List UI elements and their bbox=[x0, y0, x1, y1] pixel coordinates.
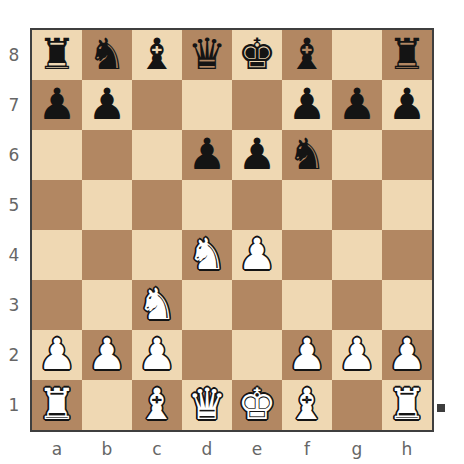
square-g7[interactable]: ♟ bbox=[332, 80, 382, 130]
square-c7[interactable] bbox=[132, 80, 182, 130]
piece-white-bishop: ♝ bbox=[132, 380, 182, 430]
square-d2[interactable] bbox=[182, 330, 232, 380]
file-label-f: f bbox=[282, 436, 332, 462]
square-e8[interactable]: ♚ bbox=[232, 30, 282, 80]
square-f5[interactable] bbox=[282, 180, 332, 230]
piece-black-pawn: ♟ bbox=[32, 80, 82, 130]
square-f6[interactable]: ♞ bbox=[282, 130, 332, 180]
file-label-g: g bbox=[332, 436, 382, 462]
piece-black-pawn: ♟ bbox=[282, 80, 332, 130]
square-d6[interactable]: ♟ bbox=[182, 130, 232, 180]
square-b7[interactable]: ♟ bbox=[82, 80, 132, 130]
square-h5[interactable] bbox=[382, 180, 432, 230]
square-g1[interactable] bbox=[332, 380, 382, 430]
piece-black-pawn: ♟ bbox=[232, 130, 282, 180]
rank-labels: 87654321 bbox=[0, 30, 28, 430]
square-h4[interactable] bbox=[382, 230, 432, 280]
piece-white-rook: ♜ bbox=[32, 380, 82, 430]
piece-white-pawn: ♟ bbox=[82, 330, 132, 380]
square-f1[interactable]: ♝ bbox=[282, 380, 332, 430]
square-e1[interactable]: ♚ bbox=[232, 380, 282, 430]
piece-black-pawn: ♟ bbox=[332, 80, 382, 130]
piece-black-knight: ♞ bbox=[282, 130, 332, 180]
file-label-h: h bbox=[382, 436, 432, 462]
square-c2[interactable]: ♟ bbox=[132, 330, 182, 380]
square-h8[interactable]: ♜ bbox=[382, 30, 432, 80]
square-e5[interactable] bbox=[232, 180, 282, 230]
square-a5[interactable] bbox=[32, 180, 82, 230]
square-f7[interactable]: ♟ bbox=[282, 80, 332, 130]
square-h6[interactable] bbox=[382, 130, 432, 180]
square-b3[interactable] bbox=[82, 280, 132, 330]
square-d3[interactable] bbox=[182, 280, 232, 330]
piece-black-bishop: ♝ bbox=[282, 30, 332, 80]
square-c6[interactable] bbox=[132, 130, 182, 180]
file-labels: abcdefgh bbox=[32, 436, 432, 462]
piece-black-rook: ♜ bbox=[32, 30, 82, 80]
square-a3[interactable] bbox=[32, 280, 82, 330]
square-b4[interactable] bbox=[82, 230, 132, 280]
square-g4[interactable] bbox=[332, 230, 382, 280]
file-label-d: d bbox=[182, 436, 232, 462]
rank-label-4: 4 bbox=[0, 230, 28, 280]
square-f8[interactable]: ♝ bbox=[282, 30, 332, 80]
square-e7[interactable] bbox=[232, 80, 282, 130]
piece-black-knight: ♞ bbox=[82, 30, 132, 80]
file-label-b: b bbox=[82, 436, 132, 462]
rank-label-8: 8 bbox=[0, 30, 28, 80]
square-e6[interactable]: ♟ bbox=[232, 130, 282, 180]
square-g3[interactable] bbox=[332, 280, 382, 330]
piece-white-knight: ♞ bbox=[182, 230, 232, 280]
rank-label-1: 1 bbox=[0, 380, 28, 430]
square-a2[interactable]: ♟ bbox=[32, 330, 82, 380]
chess-board: ♜♞♝♛♚♝♜♟♟♟♟♟♟♟♞♞♟♞♟♟♟♟♟♟♜♝♛♚♝♜ bbox=[30, 28, 434, 432]
square-a6[interactable] bbox=[32, 130, 82, 180]
square-b6[interactable] bbox=[82, 130, 132, 180]
turn-indicator bbox=[437, 404, 445, 412]
square-d4[interactable]: ♞ bbox=[182, 230, 232, 280]
square-c3[interactable]: ♞ bbox=[132, 280, 182, 330]
rank-label-5: 5 bbox=[0, 180, 28, 230]
square-f2[interactable]: ♟ bbox=[282, 330, 332, 380]
square-a7[interactable]: ♟ bbox=[32, 80, 82, 130]
piece-black-pawn: ♟ bbox=[182, 130, 232, 180]
square-b5[interactable] bbox=[82, 180, 132, 230]
square-d5[interactable] bbox=[182, 180, 232, 230]
piece-black-bishop: ♝ bbox=[132, 30, 182, 80]
piece-white-pawn: ♟ bbox=[382, 330, 432, 380]
piece-black-pawn: ♟ bbox=[382, 80, 432, 130]
piece-white-pawn: ♟ bbox=[282, 330, 332, 380]
square-b2[interactable]: ♟ bbox=[82, 330, 132, 380]
square-h2[interactable]: ♟ bbox=[382, 330, 432, 380]
square-d7[interactable] bbox=[182, 80, 232, 130]
square-d8[interactable]: ♛ bbox=[182, 30, 232, 80]
square-b8[interactable]: ♞ bbox=[82, 30, 132, 80]
chess-diagram: 87654321 ♜♞♝♛♚♝♜♟♟♟♟♟♟♟♞♞♟♞♟♟♟♟♟♟♜♝♛♚♝♜ … bbox=[0, 0, 464, 464]
square-e4[interactable]: ♟ bbox=[232, 230, 282, 280]
square-g8[interactable] bbox=[332, 30, 382, 80]
piece-white-king: ♚ bbox=[232, 380, 282, 430]
rank-label-6: 6 bbox=[0, 130, 28, 180]
square-e3[interactable] bbox=[232, 280, 282, 330]
rank-label-7: 7 bbox=[0, 80, 28, 130]
file-label-a: a bbox=[32, 436, 82, 462]
square-c8[interactable]: ♝ bbox=[132, 30, 182, 80]
square-e2[interactable] bbox=[232, 330, 282, 380]
piece-white-rook: ♜ bbox=[382, 380, 432, 430]
square-g2[interactable]: ♟ bbox=[332, 330, 382, 380]
square-f3[interactable] bbox=[282, 280, 332, 330]
rank-label-2: 2 bbox=[0, 330, 28, 380]
piece-black-pawn: ♟ bbox=[82, 80, 132, 130]
piece-white-pawn: ♟ bbox=[232, 230, 282, 280]
square-c4[interactable] bbox=[132, 230, 182, 280]
square-c5[interactable] bbox=[132, 180, 182, 230]
piece-white-pawn: ♟ bbox=[132, 330, 182, 380]
square-d1[interactable]: ♛ bbox=[182, 380, 232, 430]
piece-black-rook: ♜ bbox=[382, 30, 432, 80]
square-h7[interactable]: ♟ bbox=[382, 80, 432, 130]
piece-white-knight: ♞ bbox=[132, 280, 182, 330]
file-label-c: c bbox=[132, 436, 182, 462]
square-a4[interactable] bbox=[32, 230, 82, 280]
piece-white-pawn: ♟ bbox=[32, 330, 82, 380]
square-f4[interactable] bbox=[282, 230, 332, 280]
rank-label-3: 3 bbox=[0, 280, 28, 330]
piece-black-queen: ♛ bbox=[182, 30, 232, 80]
piece-white-queen: ♛ bbox=[182, 380, 232, 430]
square-b1[interactable] bbox=[82, 380, 132, 430]
piece-white-pawn: ♟ bbox=[332, 330, 382, 380]
square-a8[interactable]: ♜ bbox=[32, 30, 82, 80]
square-c1[interactable]: ♝ bbox=[132, 380, 182, 430]
square-h3[interactable] bbox=[382, 280, 432, 330]
file-label-e: e bbox=[232, 436, 282, 462]
piece-white-bishop: ♝ bbox=[282, 380, 332, 430]
square-g5[interactable] bbox=[332, 180, 382, 230]
square-g6[interactable] bbox=[332, 130, 382, 180]
square-a1[interactable]: ♜ bbox=[32, 380, 82, 430]
square-h1[interactable]: ♜ bbox=[382, 380, 432, 430]
piece-black-king: ♚ bbox=[232, 30, 282, 80]
